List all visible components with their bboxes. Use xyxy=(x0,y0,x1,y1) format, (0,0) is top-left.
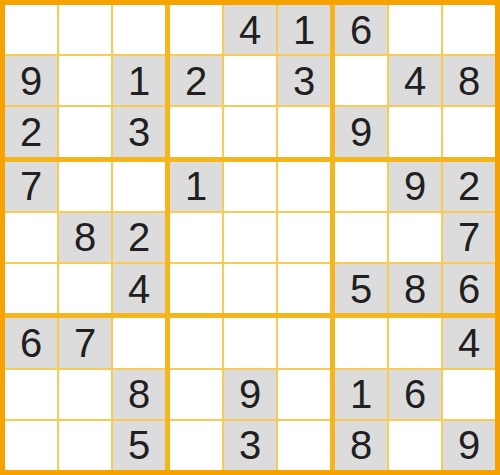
cell-r2c4[interactable]: 2 xyxy=(170,56,222,105)
cell-r5c4[interactable] xyxy=(170,213,222,262)
box-1-3: 6489 xyxy=(335,5,495,157)
box-2-3: 927586 xyxy=(335,162,495,314)
cell-r5c7[interactable] xyxy=(335,213,387,262)
cell-r1c1[interactable] xyxy=(5,5,57,54)
cell-r3c6[interactable] xyxy=(278,107,330,156)
cell-r8c6[interactable] xyxy=(278,370,330,419)
cell-r9c3[interactable]: 5 xyxy=(113,421,165,470)
cell-r6c6[interactable] xyxy=(278,264,330,313)
cell-r6c2[interactable] xyxy=(59,264,111,313)
cell-r9c6[interactable] xyxy=(278,421,330,470)
cell-r3c1[interactable]: 2 xyxy=(5,107,57,156)
cell-r2c7[interactable] xyxy=(335,56,387,105)
cell-r5c1[interactable] xyxy=(5,213,57,262)
cell-r4c7[interactable] xyxy=(335,162,387,211)
cell-r1c7[interactable]: 6 xyxy=(335,5,387,54)
cell-r8c9[interactable] xyxy=(443,370,495,419)
box-3-2: 93 xyxy=(170,318,330,470)
cell-r5c6[interactable] xyxy=(278,213,330,262)
cell-r2c3[interactable]: 1 xyxy=(113,56,165,105)
cell-r6c3[interactable]: 4 xyxy=(113,264,165,313)
cell-r6c7[interactable]: 5 xyxy=(335,264,387,313)
box-1-1: 9123 xyxy=(5,5,165,157)
cell-r6c5[interactable] xyxy=(224,264,276,313)
cell-r8c2[interactable] xyxy=(59,370,111,419)
cell-r5c2[interactable]: 8 xyxy=(59,213,111,262)
cell-r3c3[interactable]: 3 xyxy=(113,107,165,156)
cell-r4c8[interactable]: 9 xyxy=(389,162,441,211)
cell-r2c9[interactable]: 8 xyxy=(443,56,495,105)
cell-r5c8[interactable] xyxy=(389,213,441,262)
box-2-2: 1 xyxy=(170,162,330,314)
cell-r5c9[interactable]: 7 xyxy=(443,213,495,262)
cell-r6c4[interactable] xyxy=(170,264,222,313)
cell-r1c5[interactable]: 4 xyxy=(224,5,276,54)
box-2-1: 7824 xyxy=(5,162,165,314)
cell-r4c9[interactable]: 2 xyxy=(443,162,495,211)
cell-r5c3[interactable]: 2 xyxy=(113,213,165,262)
cell-r2c6[interactable]: 3 xyxy=(278,56,330,105)
cell-r4c4[interactable]: 1 xyxy=(170,162,222,211)
cell-r7c5[interactable] xyxy=(224,318,276,367)
cell-r2c5[interactable] xyxy=(224,56,276,105)
cell-r3c5[interactable] xyxy=(224,107,276,156)
cell-r3c7[interactable]: 9 xyxy=(335,107,387,156)
cell-r2c8[interactable]: 4 xyxy=(389,56,441,105)
cell-r1c3[interactable] xyxy=(113,5,165,54)
cell-r8c8[interactable]: 6 xyxy=(389,370,441,419)
cell-r2c2[interactable] xyxy=(59,56,111,105)
cell-r3c2[interactable] xyxy=(59,107,111,156)
cell-r8c5[interactable]: 9 xyxy=(224,370,276,419)
sudoku-board: 9123412364897824192758667859341689 xyxy=(0,0,500,475)
cell-r5c5[interactable] xyxy=(224,213,276,262)
cell-r9c8[interactable] xyxy=(389,421,441,470)
cell-r3c4[interactable] xyxy=(170,107,222,156)
cell-r6c9[interactable]: 6 xyxy=(443,264,495,313)
cell-r9c7[interactable]: 8 xyxy=(335,421,387,470)
cell-r1c4[interactable] xyxy=(170,5,222,54)
cell-r6c1[interactable] xyxy=(5,264,57,313)
cell-r7c3[interactable] xyxy=(113,318,165,367)
cell-r7c2[interactable]: 7 xyxy=(59,318,111,367)
box-3-1: 6785 xyxy=(5,318,165,470)
cell-r9c5[interactable]: 3 xyxy=(224,421,276,470)
cell-r9c2[interactable] xyxy=(59,421,111,470)
cell-r7c6[interactable] xyxy=(278,318,330,367)
cell-r4c1[interactable]: 7 xyxy=(5,162,57,211)
cell-r3c8[interactable] xyxy=(389,107,441,156)
cell-r7c4[interactable] xyxy=(170,318,222,367)
cell-r4c3[interactable] xyxy=(113,162,165,211)
cell-r9c4[interactable] xyxy=(170,421,222,470)
cell-r7c1[interactable]: 6 xyxy=(5,318,57,367)
box-3-3: 41689 xyxy=(335,318,495,470)
box-1-2: 4123 xyxy=(170,5,330,157)
cell-r1c8[interactable] xyxy=(389,5,441,54)
cell-r7c8[interactable] xyxy=(389,318,441,367)
cell-r1c9[interactable] xyxy=(443,5,495,54)
cell-r6c8[interactable]: 8 xyxy=(389,264,441,313)
cell-r8c3[interactable]: 8 xyxy=(113,370,165,419)
cell-r8c1[interactable] xyxy=(5,370,57,419)
cell-r3c9[interactable] xyxy=(443,107,495,156)
cell-r8c7[interactable]: 1 xyxy=(335,370,387,419)
cell-r4c5[interactable] xyxy=(224,162,276,211)
cell-r2c1[interactable]: 9 xyxy=(5,56,57,105)
cell-r9c9[interactable]: 9 xyxy=(443,421,495,470)
cell-r1c6[interactable]: 1 xyxy=(278,5,330,54)
cell-r7c7[interactable] xyxy=(335,318,387,367)
cell-r4c2[interactable] xyxy=(59,162,111,211)
cell-r9c1[interactable] xyxy=(5,421,57,470)
cell-r8c4[interactable] xyxy=(170,370,222,419)
cell-r4c6[interactable] xyxy=(278,162,330,211)
cell-r7c9[interactable]: 4 xyxy=(443,318,495,367)
cell-r1c2[interactable] xyxy=(59,5,111,54)
